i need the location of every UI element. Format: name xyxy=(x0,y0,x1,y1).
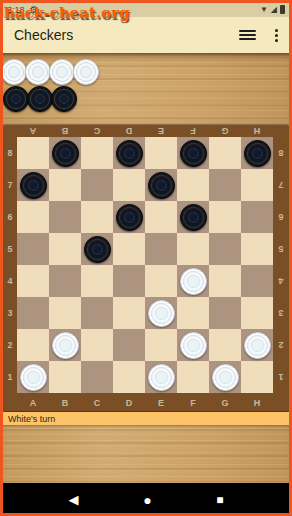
square-C7[interactable] xyxy=(81,169,113,201)
square-G7[interactable] xyxy=(209,169,241,201)
piece-black-F8[interactable] xyxy=(180,140,207,167)
piece-black-C5[interactable] xyxy=(84,236,111,263)
square-A6[interactable] xyxy=(17,201,49,233)
coord-top-H: H xyxy=(241,126,273,136)
coord-right-5: 5 xyxy=(273,233,289,265)
square-H5[interactable] xyxy=(241,233,273,265)
square-C8[interactable] xyxy=(81,137,113,169)
coord-top-C: C xyxy=(81,126,113,136)
piece-white-B2[interactable] xyxy=(52,332,79,359)
square-G5[interactable] xyxy=(209,233,241,265)
square-H4[interactable] xyxy=(241,265,273,297)
coord-left-3: 3 xyxy=(3,297,17,329)
square-B1[interactable] xyxy=(49,361,81,393)
square-B4[interactable] xyxy=(49,265,81,297)
square-B3[interactable] xyxy=(49,297,81,329)
coord-top-D: D xyxy=(113,126,145,136)
status-bar: 3:18 ⚙ ▼ ◢ xyxy=(0,0,292,17)
piece-white-F2[interactable] xyxy=(180,332,207,359)
square-A4[interactable] xyxy=(17,265,49,297)
square-C3[interactable] xyxy=(81,297,113,329)
clock: 3:18 xyxy=(7,5,25,15)
square-D1[interactable] xyxy=(113,361,145,393)
captured-black-piece xyxy=(27,86,53,112)
square-D4[interactable] xyxy=(113,265,145,297)
square-C4[interactable] xyxy=(81,265,113,297)
square-H3[interactable] xyxy=(241,297,273,329)
coord-left-6: 6 xyxy=(3,201,17,233)
piece-black-F6[interactable] xyxy=(180,204,207,231)
square-F7[interactable] xyxy=(177,169,209,201)
app-screen: 3:18 ⚙ ▼ ◢ Checkers AABBCCDDEEFFGGHH8877… xyxy=(0,0,292,516)
coord-top-B: B xyxy=(49,126,81,136)
wifi-icon: ▼ xyxy=(260,6,268,14)
square-G4[interactable] xyxy=(209,265,241,297)
coord-bottom-C: C xyxy=(81,397,113,409)
app-bar: Checkers xyxy=(0,17,292,53)
square-G8[interactable] xyxy=(209,137,241,169)
square-E8[interactable] xyxy=(145,137,177,169)
square-A8[interactable] xyxy=(17,137,49,169)
square-E6[interactable] xyxy=(145,201,177,233)
coord-right-7: 7 xyxy=(273,169,289,201)
square-C1[interactable] xyxy=(81,361,113,393)
piece-black-E7[interactable] xyxy=(148,172,175,199)
coord-right-1: 1 xyxy=(273,361,289,393)
square-G3[interactable] xyxy=(209,297,241,329)
coord-right-3: 3 xyxy=(273,297,289,329)
back-icon[interactable]: ◀ xyxy=(68,493,78,506)
coord-left-5: 5 xyxy=(3,233,17,265)
square-A3[interactable] xyxy=(17,297,49,329)
coord-top-F: F xyxy=(177,126,209,136)
captured-black-piece xyxy=(3,86,29,112)
gear-icon: ⚙ xyxy=(30,5,39,15)
square-D2[interactable] xyxy=(113,329,145,361)
square-F3[interactable] xyxy=(177,297,209,329)
piece-white-G1[interactable] xyxy=(212,364,239,391)
piece-white-H2[interactable] xyxy=(244,332,271,359)
coord-left-7: 7 xyxy=(3,169,17,201)
coord-right-6: 6 xyxy=(273,201,289,233)
coord-bottom-H: H xyxy=(241,397,273,409)
square-C2[interactable] xyxy=(81,329,113,361)
recents-icon[interactable]: ■ xyxy=(216,494,223,506)
captured-white-piece xyxy=(73,59,99,85)
square-G2[interactable] xyxy=(209,329,241,361)
square-G6[interactable] xyxy=(209,201,241,233)
coord-right-4: 4 xyxy=(273,265,289,297)
coord-right-2: 2 xyxy=(273,329,289,361)
coord-left-8: 8 xyxy=(3,137,17,169)
square-F5[interactable] xyxy=(177,233,209,265)
square-E2[interactable] xyxy=(145,329,177,361)
square-D5[interactable] xyxy=(113,233,145,265)
battery-icon xyxy=(280,5,285,14)
overflow-menu-icon[interactable] xyxy=(275,29,278,42)
piece-black-B8[interactable] xyxy=(52,140,79,167)
square-F1[interactable] xyxy=(177,361,209,393)
piece-white-E1[interactable] xyxy=(148,364,175,391)
coord-bottom-G: G xyxy=(209,397,241,409)
coord-bottom-B: B xyxy=(49,397,81,409)
piece-black-H8[interactable] xyxy=(244,140,271,167)
board-squares xyxy=(17,137,273,393)
coord-top-E: E xyxy=(145,126,177,136)
checkers-board: AABBCCDDEEFFGGHH8877665544332211 xyxy=(3,124,289,412)
coord-top-A: A xyxy=(17,126,49,136)
piece-white-E3[interactable] xyxy=(148,300,175,327)
square-H7[interactable] xyxy=(241,169,273,201)
square-B5[interactable] xyxy=(49,233,81,265)
square-B6[interactable] xyxy=(49,201,81,233)
piece-white-A1[interactable] xyxy=(20,364,47,391)
coord-bottom-E: E xyxy=(145,397,177,409)
square-A2[interactable] xyxy=(17,329,49,361)
piece-black-D6[interactable] xyxy=(116,204,143,231)
square-B7[interactable] xyxy=(49,169,81,201)
coord-bottom-D: D xyxy=(113,397,145,409)
captured-black-piece xyxy=(51,86,77,112)
turn-status-text: White's turn xyxy=(8,414,55,424)
captured-white-piece xyxy=(25,59,51,85)
android-nav-bar: ◀ ● ■ xyxy=(0,483,292,516)
coord-left-4: 4 xyxy=(3,265,17,297)
piece-white-F4[interactable] xyxy=(180,268,207,295)
captured-white-piece xyxy=(1,59,27,85)
turn-status-bar: White's turn xyxy=(0,412,292,425)
cellular-icon: ◢ xyxy=(271,6,277,14)
square-H1[interactable] xyxy=(241,361,273,393)
coord-top-G: G xyxy=(209,126,241,136)
piece-black-A7[interactable] xyxy=(20,172,47,199)
coord-bottom-A: A xyxy=(17,397,49,409)
captured-white-piece xyxy=(49,59,75,85)
square-E4[interactable] xyxy=(145,265,177,297)
hamburger-menu-icon[interactable] xyxy=(239,30,256,40)
page-title: Checkers xyxy=(14,27,73,43)
square-A5[interactable] xyxy=(17,233,49,265)
square-C6[interactable] xyxy=(81,201,113,233)
square-D3[interactable] xyxy=(113,297,145,329)
home-icon[interactable]: ● xyxy=(143,493,151,507)
coord-bottom-F: F xyxy=(177,397,209,409)
square-D7[interactable] xyxy=(113,169,145,201)
coord-left-2: 2 xyxy=(3,329,17,361)
piece-black-D8[interactable] xyxy=(116,140,143,167)
square-H6[interactable] xyxy=(241,201,273,233)
status-icons: ▼ ◢ xyxy=(260,5,285,14)
coord-right-8: 8 xyxy=(273,137,289,169)
square-E5[interactable] xyxy=(145,233,177,265)
coord-left-1: 1 xyxy=(3,361,17,393)
